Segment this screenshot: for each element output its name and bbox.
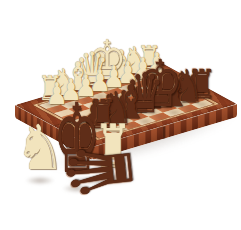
piece-shadow	[149, 77, 165, 82]
piece-shadow	[109, 127, 125, 132]
piece-shadow	[92, 94, 108, 99]
piece-shadow	[25, 176, 55, 185]
piece-shadow	[78, 98, 94, 103]
piece-shadow	[66, 176, 136, 185]
piece-shadow	[123, 123, 139, 128]
chess-set-photo: ♜♞♝♛♚♝♞♜♟♟♟♟♟♟♟♟♟♟♟♟♟♟♟♟♜♞♝♛♚♝♞♜♞♚♜♛	[0, 0, 241, 230]
piece-shadow	[194, 102, 210, 107]
piece-shadow	[62, 184, 92, 193]
piece-shadow	[180, 106, 196, 111]
piece-shadow	[106, 90, 122, 95]
piece-shadow	[137, 119, 153, 124]
piece-shadow	[135, 81, 151, 86]
fold-hinge	[163, 126, 166, 139]
